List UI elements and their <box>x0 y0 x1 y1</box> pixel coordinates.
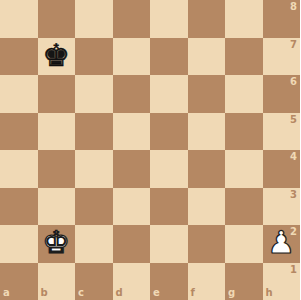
chess-board: 8♚76543♚2♟abcdefg1h <box>0 0 300 300</box>
square-a3[interactable] <box>0 188 38 226</box>
square-a8[interactable] <box>0 0 38 38</box>
square-b1[interactable]: b <box>38 263 76 300</box>
square-e4[interactable] <box>150 150 188 188</box>
square-h2[interactable]: 2♟ <box>263 225 301 263</box>
square-g6[interactable] <box>225 75 263 113</box>
square-a6[interactable] <box>0 75 38 113</box>
rank-label-1: 1 <box>290 265 297 275</box>
square-c1[interactable]: c <box>75 263 113 300</box>
file-label-c: c <box>78 288 84 298</box>
square-f8[interactable] <box>188 0 226 38</box>
square-f4[interactable] <box>188 150 226 188</box>
square-f6[interactable] <box>188 75 226 113</box>
square-d7[interactable] <box>113 38 151 76</box>
square-h8[interactable]: 8 <box>263 0 301 38</box>
square-c2[interactable] <box>75 225 113 263</box>
square-c5[interactable] <box>75 113 113 151</box>
file-label-a: a <box>3 288 10 298</box>
square-g3[interactable] <box>225 188 263 226</box>
square-h6[interactable]: 6 <box>263 75 301 113</box>
rank-label-6: 6 <box>290 77 297 87</box>
square-c6[interactable] <box>75 75 113 113</box>
square-c3[interactable] <box>75 188 113 226</box>
square-d3[interactable] <box>113 188 151 226</box>
square-e6[interactable] <box>150 75 188 113</box>
square-e3[interactable] <box>150 188 188 226</box>
square-e2[interactable] <box>150 225 188 263</box>
square-b2[interactable]: ♚ <box>38 225 76 263</box>
square-b3[interactable] <box>38 188 76 226</box>
square-b6[interactable] <box>38 75 76 113</box>
square-g4[interactable] <box>225 150 263 188</box>
file-label-b: b <box>41 288 48 298</box>
square-g8[interactable] <box>225 0 263 38</box>
file-label-f: f <box>191 288 195 298</box>
square-d1[interactable]: d <box>113 263 151 300</box>
rank-label-7: 7 <box>290 40 297 50</box>
square-f7[interactable] <box>188 38 226 76</box>
square-b4[interactable] <box>38 150 76 188</box>
square-h1[interactable]: 1h <box>263 263 301 300</box>
square-g5[interactable] <box>225 113 263 151</box>
square-c7[interactable] <box>75 38 113 76</box>
square-c8[interactable] <box>75 0 113 38</box>
rank-label-3: 3 <box>290 190 297 200</box>
square-a5[interactable] <box>0 113 38 151</box>
rank-label-8: 8 <box>290 2 297 12</box>
square-f1[interactable]: f <box>188 263 226 300</box>
file-label-h: h <box>266 288 273 298</box>
square-g1[interactable]: g <box>225 263 263 300</box>
square-d4[interactable] <box>113 150 151 188</box>
square-b7[interactable]: ♚ <box>38 38 76 76</box>
square-d8[interactable] <box>113 0 151 38</box>
square-f2[interactable] <box>188 225 226 263</box>
square-f3[interactable] <box>188 188 226 226</box>
square-h3[interactable]: 3 <box>263 188 301 226</box>
square-e7[interactable] <box>150 38 188 76</box>
square-a4[interactable] <box>0 150 38 188</box>
square-h4[interactable]: 4 <box>263 150 301 188</box>
file-label-e: e <box>153 288 160 298</box>
rank-label-5: 5 <box>290 115 297 125</box>
square-a1[interactable]: a <box>0 263 38 300</box>
square-c4[interactable] <box>75 150 113 188</box>
square-f5[interactable] <box>188 113 226 151</box>
square-d5[interactable] <box>113 113 151 151</box>
square-h7[interactable]: 7 <box>263 38 301 76</box>
white-king[interactable]: ♚ <box>42 224 70 262</box>
square-a2[interactable] <box>0 225 38 263</box>
square-g7[interactable] <box>225 38 263 76</box>
square-e1[interactable]: e <box>150 263 188 300</box>
square-e5[interactable] <box>150 113 188 151</box>
square-d6[interactable] <box>113 75 151 113</box>
square-a7[interactable] <box>0 38 38 76</box>
square-b8[interactable] <box>38 0 76 38</box>
square-b5[interactable] <box>38 113 76 151</box>
square-h5[interactable]: 5 <box>263 113 301 151</box>
square-e8[interactable] <box>150 0 188 38</box>
square-d2[interactable] <box>113 225 151 263</box>
file-label-g: g <box>228 288 235 298</box>
black-king[interactable]: ♚ <box>42 37 70 75</box>
file-label-d: d <box>116 288 123 298</box>
white-pawn[interactable]: ♟ <box>267 224 295 262</box>
square-g2[interactable] <box>225 225 263 263</box>
rank-label-4: 4 <box>290 152 297 162</box>
